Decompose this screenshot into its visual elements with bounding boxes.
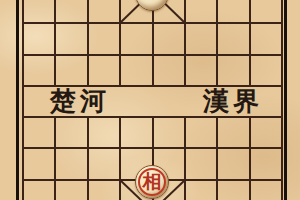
board-cell[interactable] [54,116,86,147]
board-cell[interactable] [184,54,216,85]
board-cell[interactable] [184,147,216,178]
piece-red-elephant[interactable]: 相 [135,165,169,199]
board-cell[interactable] [249,22,281,53]
board-cell[interactable] [184,116,216,147]
board-cell[interactable] [249,54,281,85]
board-cell[interactable] [216,147,248,178]
board-cell[interactable] [216,116,248,147]
board-cell[interactable] [119,22,151,53]
board-cell[interactable] [87,0,119,22]
board-cell[interactable] [216,54,248,85]
board-outer-border-left [16,0,19,200]
board-cell[interactable] [249,147,281,178]
board-cell[interactable] [152,22,184,53]
board-cell[interactable] [54,54,86,85]
board-cell[interactable] [152,54,184,85]
board-cell[interactable] [184,179,216,200]
board-cell[interactable] [87,116,119,147]
xiangqi-board: 楚河 漢界 相 [0,0,300,200]
board-cell[interactable] [87,22,119,53]
board-cell[interactable] [54,147,86,178]
board-cell[interactable] [54,22,86,53]
board-cell[interactable] [119,54,151,85]
board-cell[interactable] [216,179,248,200]
river: 楚河 漢界 [22,85,281,116]
board-cell[interactable] [152,116,184,147]
board-cell[interactable] [249,116,281,147]
board-cell[interactable] [22,0,54,22]
board-cell[interactable] [216,0,248,22]
board-cell[interactable] [184,0,216,22]
board-cell[interactable] [22,147,54,178]
board-cell[interactable] [249,179,281,200]
board-cell[interactable] [87,54,119,85]
board-cell[interactable] [119,116,151,147]
board-outer-border-right [284,0,287,200]
board-cell[interactable] [249,0,281,22]
board-cell[interactable] [22,116,54,147]
board-cell[interactable] [22,54,54,85]
board-cell[interactable] [87,179,119,200]
board-cell[interactable] [216,22,248,53]
board-cell[interactable] [22,179,54,200]
board-cell[interactable] [87,147,119,178]
board-cell[interactable] [54,0,86,22]
board-cell[interactable] [54,179,86,200]
board-cell[interactable] [22,22,54,53]
river-label-right: 漢界 [203,86,263,117]
piece-red-elephant-glyph: 相 [143,169,162,195]
board-cell[interactable] [184,22,216,53]
river-label-left: 楚河 [50,86,110,117]
